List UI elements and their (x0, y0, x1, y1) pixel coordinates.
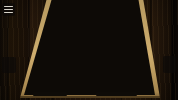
info-button[interactable] (163, 56, 176, 73)
menu-button[interactable] (2, 3, 15, 16)
hamburger-icon (4, 6, 13, 8)
undo-button[interactable] (2, 57, 16, 73)
frame-front-edge (20, 96, 160, 98)
app-window (0, 0, 178, 100)
